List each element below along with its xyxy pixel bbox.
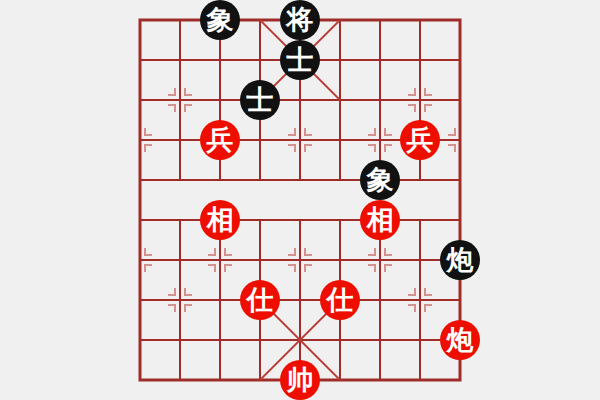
red-soldier-glyph: 兵 — [207, 120, 234, 160]
red-advisor-glyph: 仕 — [327, 280, 354, 320]
piece-red-elephant[interactable]: 相 — [360, 200, 400, 240]
piece-red-cannon[interactable]: 炮 — [440, 320, 480, 360]
piece-red-advisor[interactable]: 仕 — [320, 280, 360, 320]
red-elephant-glyph: 相 — [367, 200, 394, 240]
black-advisor-glyph: 士 — [247, 80, 274, 120]
red-advisor-glyph: 仕 — [247, 280, 274, 320]
xiangqi-board-screen: 象将士士兵兵象相相炮仕仕炮帅 — [0, 0, 600, 400]
red-soldier-glyph: 兵 — [407, 120, 434, 160]
piece-black-elephant[interactable]: 象 — [360, 160, 400, 200]
black-advisor-glyph: 士 — [287, 40, 314, 80]
piece-black-cannon[interactable]: 炮 — [440, 240, 480, 280]
black-elephant-glyph: 象 — [367, 160, 394, 200]
black-general-glyph: 将 — [287, 0, 314, 40]
red-general-glyph: 帅 — [287, 360, 314, 400]
black-cannon-glyph: 炮 — [447, 240, 474, 280]
red-cannon-glyph: 炮 — [447, 320, 474, 360]
pieces-grid: 象将士士兵兵象相相炮仕仕炮帅 — [120, 0, 480, 400]
piece-black-advisor[interactable]: 士 — [240, 80, 280, 120]
piece-red-general[interactable]: 帅 — [280, 360, 320, 400]
piece-red-advisor[interactable]: 仕 — [240, 280, 280, 320]
black-elephant-glyph: 象 — [207, 0, 234, 40]
piece-black-elephant[interactable]: 象 — [200, 0, 240, 40]
piece-red-soldier[interactable]: 兵 — [400, 120, 440, 160]
piece-red-elephant[interactable]: 相 — [200, 200, 240, 240]
red-elephant-glyph: 相 — [207, 200, 234, 240]
piece-black-advisor[interactable]: 士 — [280, 40, 320, 80]
piece-black-general[interactable]: 将 — [280, 0, 320, 40]
piece-red-soldier[interactable]: 兵 — [200, 120, 240, 160]
